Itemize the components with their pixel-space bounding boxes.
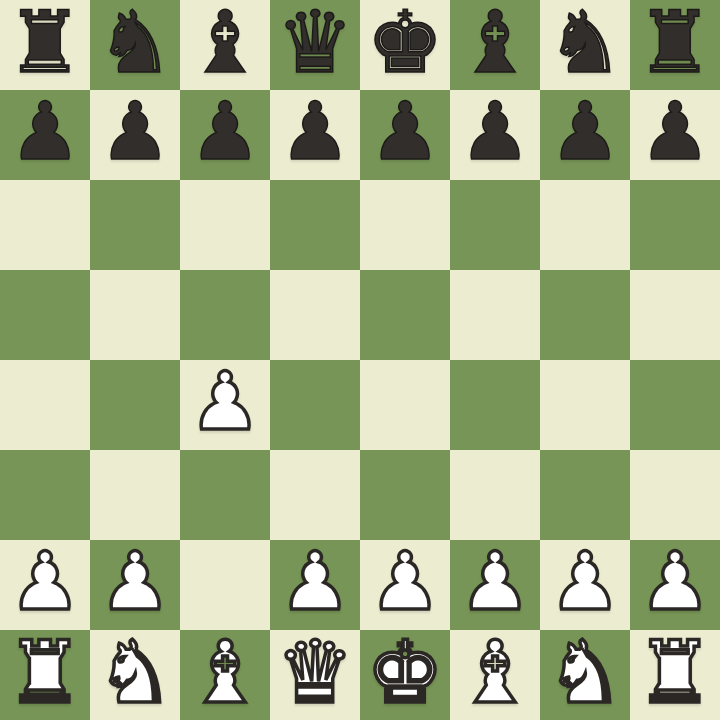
square-h2[interactable]: ♟: [630, 540, 720, 630]
piece-white-pawn[interactable]: ♟: [279, 542, 351, 622]
square-g4[interactable]: [540, 360, 630, 450]
square-b1[interactable]: ♞: [90, 630, 180, 720]
square-g3[interactable]: [540, 450, 630, 540]
square-f1[interactable]: ♝: [450, 630, 540, 720]
piece-white-pawn[interactable]: ♟: [189, 362, 261, 442]
piece-black-king[interactable]: ♚: [366, 0, 443, 85]
square-e5[interactable]: [360, 270, 450, 360]
square-b6[interactable]: [90, 180, 180, 270]
square-b7[interactable]: ♟: [90, 90, 180, 180]
piece-black-bishop[interactable]: ♝: [186, 0, 263, 85]
piece-white-knight[interactable]: ♞: [96, 629, 173, 715]
square-g1[interactable]: ♞: [540, 630, 630, 720]
square-e3[interactable]: [360, 450, 450, 540]
square-h4[interactable]: [630, 360, 720, 450]
piece-white-rook[interactable]: ♜: [6, 629, 83, 715]
square-a1[interactable]: ♜: [0, 630, 90, 720]
square-d3[interactable]: [270, 450, 360, 540]
piece-white-pawn[interactable]: ♟: [459, 542, 531, 622]
square-d6[interactable]: [270, 180, 360, 270]
piece-black-pawn[interactable]: ♟: [279, 92, 351, 172]
piece-white-rook[interactable]: ♜: [636, 629, 713, 715]
square-g2[interactable]: ♟: [540, 540, 630, 630]
piece-white-knight[interactable]: ♞: [546, 629, 623, 715]
piece-white-king[interactable]: ♚: [366, 629, 443, 715]
square-h5[interactable]: [630, 270, 720, 360]
square-h7[interactable]: ♟: [630, 90, 720, 180]
square-e8[interactable]: ♚: [360, 0, 450, 90]
piece-white-queen[interactable]: ♛: [276, 629, 353, 715]
square-g6[interactable]: [540, 180, 630, 270]
square-c7[interactable]: ♟: [180, 90, 270, 180]
square-b4[interactable]: [90, 360, 180, 450]
piece-black-pawn[interactable]: ♟: [9, 92, 81, 172]
square-f5[interactable]: [450, 270, 540, 360]
square-f2[interactable]: ♟: [450, 540, 540, 630]
square-c5[interactable]: [180, 270, 270, 360]
square-f3[interactable]: [450, 450, 540, 540]
square-e1[interactable]: ♚: [360, 630, 450, 720]
square-a5[interactable]: [0, 270, 90, 360]
piece-black-pawn[interactable]: ♟: [99, 92, 171, 172]
piece-white-pawn[interactable]: ♟: [99, 542, 171, 622]
square-d1[interactable]: ♛: [270, 630, 360, 720]
square-g8[interactable]: ♞: [540, 0, 630, 90]
piece-black-pawn[interactable]: ♟: [369, 92, 441, 172]
square-d2[interactable]: ♟: [270, 540, 360, 630]
square-d7[interactable]: ♟: [270, 90, 360, 180]
square-a4[interactable]: [0, 360, 90, 450]
piece-black-pawn[interactable]: ♟: [459, 92, 531, 172]
square-f4[interactable]: [450, 360, 540, 450]
square-b8[interactable]: ♞: [90, 0, 180, 90]
square-a6[interactable]: [0, 180, 90, 270]
square-c1[interactable]: ♝: [180, 630, 270, 720]
square-h8[interactable]: ♜: [630, 0, 720, 90]
square-a2[interactable]: ♟: [0, 540, 90, 630]
piece-black-pawn[interactable]: ♟: [639, 92, 711, 172]
square-e6[interactable]: [360, 180, 450, 270]
piece-black-rook[interactable]: ♜: [6, 0, 83, 85]
square-h3[interactable]: [630, 450, 720, 540]
square-a7[interactable]: ♟: [0, 90, 90, 180]
square-h1[interactable]: ♜: [630, 630, 720, 720]
square-b3[interactable]: [90, 450, 180, 540]
square-c6[interactable]: [180, 180, 270, 270]
square-d8[interactable]: ♛: [270, 0, 360, 90]
piece-black-knight[interactable]: ♞: [96, 0, 173, 85]
square-e4[interactable]: [360, 360, 450, 450]
piece-black-knight[interactable]: ♞: [546, 0, 623, 85]
square-d5[interactable]: [270, 270, 360, 360]
piece-black-pawn[interactable]: ♟: [189, 92, 261, 172]
piece-black-bishop[interactable]: ♝: [456, 0, 533, 85]
square-b5[interactable]: [90, 270, 180, 360]
piece-white-pawn[interactable]: ♟: [9, 542, 81, 622]
square-a8[interactable]: ♜: [0, 0, 90, 90]
square-h6[interactable]: [630, 180, 720, 270]
chess-board: ♜♞♝♛♚♝♞♜♟♟♟♟♟♟♟♟♟♟♟♟♟♟♟♟♜♞♝♛♚♝♞♜: [0, 0, 720, 720]
piece-white-pawn[interactable]: ♟: [639, 542, 711, 622]
piece-white-bishop[interactable]: ♝: [456, 629, 533, 715]
square-f7[interactable]: ♟: [450, 90, 540, 180]
piece-black-pawn[interactable]: ♟: [549, 92, 621, 172]
square-c3[interactable]: [180, 450, 270, 540]
square-e7[interactable]: ♟: [360, 90, 450, 180]
piece-white-pawn[interactable]: ♟: [549, 542, 621, 622]
square-a3[interactable]: [0, 450, 90, 540]
piece-white-pawn[interactable]: ♟: [369, 542, 441, 622]
square-c4[interactable]: ♟: [180, 360, 270, 450]
piece-black-queen[interactable]: ♛: [276, 0, 353, 85]
square-c8[interactable]: ♝: [180, 0, 270, 90]
piece-black-rook[interactable]: ♜: [636, 0, 713, 85]
square-b2[interactable]: ♟: [90, 540, 180, 630]
square-e2[interactable]: ♟: [360, 540, 450, 630]
square-g5[interactable]: [540, 270, 630, 360]
square-d4[interactable]: [270, 360, 360, 450]
piece-white-bishop[interactable]: ♝: [186, 629, 263, 715]
square-g7[interactable]: ♟: [540, 90, 630, 180]
square-f8[interactable]: ♝: [450, 0, 540, 90]
square-f6[interactable]: [450, 180, 540, 270]
square-c2[interactable]: [180, 540, 270, 630]
